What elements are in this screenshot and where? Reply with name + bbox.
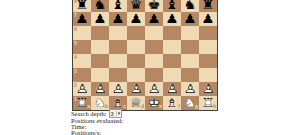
square-f8[interactable]: ♝ [163,0,181,12]
piece-black-pawn[interactable]: ♟ [183,12,196,25]
piece-outline-layer: ♔ [147,95,160,109]
square-e8[interactable]: ♚ [145,0,163,12]
square-d5[interactable] [127,40,145,54]
positions-per-second-row: Positions/s: [71,130,123,135]
piece-outline-layer: ♗ [165,95,178,109]
square-g2[interactable]: ♟♙ [181,82,199,96]
square-e1[interactable]: e♚♔ [145,96,163,110]
square-b6[interactable] [91,26,109,40]
square-d7[interactable]: ♟ [127,12,145,26]
piece-outline-layer: ♙ [111,81,124,95]
square-h8[interactable]: ♜ [199,0,217,12]
piece-white-pawn[interactable]: ♟♙ [165,82,178,95]
square-g1[interactable]: g♞♘ [181,96,199,110]
piece-white-king[interactable]: ♚♔ [147,96,160,109]
piece-black-king[interactable]: ♚ [147,0,160,12]
piece-black-pawn[interactable]: ♟ [93,12,106,25]
square-a7[interactable]: 7♟ [73,12,91,26]
piece-black-pawn[interactable]: ♟ [75,12,88,25]
square-e2[interactable]: ♟♙ [145,82,163,96]
rank-label-5: 5 [74,41,77,46]
square-h7[interactable]: ♟ [199,12,217,26]
chess-board-grid: 8♜♞♝♛♚♝♞♜7♟♟♟♟♟♟♟♟65432♟♙♟♙♟♙♟♙♟♙♟♙♟♙♟♙1… [73,0,217,110]
square-c5[interactable] [109,40,127,54]
square-f7[interactable]: ♟ [163,12,181,26]
piece-white-pawn[interactable]: ♟♙ [93,82,106,95]
square-a8[interactable]: 8♜ [73,0,91,12]
square-c7[interactable]: ♟ [109,12,127,26]
piece-black-bishop[interactable]: ♝ [165,0,178,12]
piece-white-knight[interactable]: ♞♘ [93,96,106,109]
square-a4[interactable]: 4 [73,54,91,68]
square-e4[interactable] [145,54,163,68]
square-e3[interactable] [145,68,163,82]
piece-outline-layer: ♙ [201,81,214,95]
piece-outline-layer: ♙ [93,81,106,95]
piece-black-bishop[interactable]: ♝ [111,0,124,12]
piece-black-pawn[interactable]: ♟ [147,12,160,25]
square-f1[interactable]: f♝♗ [163,96,181,110]
positions-per-second-label: Positions/s: [71,129,101,135]
square-b2[interactable]: ♟♙ [91,82,109,96]
square-e7[interactable]: ♟ [145,12,163,26]
piece-outline-layer: ♕ [129,95,142,109]
piece-outline-layer: ♖ [201,95,214,109]
piece-black-pawn[interactable]: ♟ [201,12,214,25]
square-g7[interactable]: ♟ [181,12,199,26]
piece-white-pawn[interactable]: ♟♙ [147,82,160,95]
square-e6[interactable] [145,26,163,40]
piece-black-knight[interactable]: ♞ [183,0,196,12]
square-g4[interactable] [181,54,199,68]
square-b5[interactable] [91,40,109,54]
square-c6[interactable] [109,26,127,40]
rank-label-3: 3 [74,69,77,74]
square-f5[interactable] [163,40,181,54]
square-b7[interactable]: ♟ [91,12,109,26]
square-d1[interactable]: d♛♕ [127,96,145,110]
square-c1[interactable]: c♝♗ [109,96,127,110]
square-h3[interactable] [199,68,217,82]
square-h1[interactable]: h♜♖ [199,96,217,110]
square-c8[interactable]: ♝ [109,0,127,12]
piece-white-queen[interactable]: ♛♕ [129,96,142,109]
piece-black-pawn[interactable]: ♟ [111,12,124,25]
piece-black-pawn[interactable]: ♟ [165,12,178,25]
piece-black-queen[interactable]: ♛ [129,0,142,12]
square-g3[interactable] [181,68,199,82]
piece-outline-layer: ♙ [147,81,160,95]
square-g6[interactable] [181,26,199,40]
square-f6[interactable] [163,26,181,40]
square-f4[interactable] [163,54,181,68]
piece-white-pawn[interactable]: ♟♙ [75,82,88,95]
square-a2[interactable]: 2♟♙ [73,82,91,96]
square-g5[interactable] [181,40,199,54]
square-c2[interactable]: ♟♙ [109,82,127,96]
square-h2[interactable]: ♟♙ [199,82,217,96]
piece-outline-layer: ♙ [183,81,196,95]
square-h6[interactable] [199,26,217,40]
piece-black-rook[interactable]: ♜ [75,0,88,12]
square-f2[interactable]: ♟♙ [163,82,181,96]
piece-outline-layer: ♙ [75,81,88,95]
square-a3[interactable]: 3 [73,68,91,82]
piece-outline-layer: ♖ [75,95,88,109]
square-h4[interactable] [199,54,217,68]
square-f3[interactable] [163,68,181,82]
rank-label-6: 6 [74,27,77,32]
square-b4[interactable] [91,54,109,68]
piece-white-pawn[interactable]: ♟♙ [183,82,196,95]
piece-white-rook[interactable]: ♜♖ [201,96,214,109]
piece-black-pawn[interactable]: ♟ [129,12,142,25]
piece-white-rook[interactable]: ♜♖ [75,96,88,109]
square-e5[interactable] [145,40,163,54]
square-b1[interactable]: b♞♘ [91,96,109,110]
piece-white-pawn[interactable]: ♟♙ [201,82,214,95]
chess-board: 8♜♞♝♛♚♝♞♜7♟♟♟♟♟♟♟♟65432♟♙♟♙♟♙♟♙♟♙♟♙♟♙♟♙1… [72,0,218,111]
piece-outline-layer: ♙ [129,81,142,95]
square-a5[interactable]: 5 [73,40,91,54]
square-g8[interactable]: ♞ [181,0,199,12]
rank-label-4: 4 [74,55,77,60]
square-a6[interactable]: 6 [73,26,91,40]
engine-controls-panel: Search depth: 3 ▾ Positions evaluated: T… [71,110,123,135]
chevron-down-icon: ▾ [116,111,121,116]
piece-white-knight[interactable]: ♞♘ [183,96,196,109]
piece-white-bishop[interactable]: ♝♗ [165,96,178,109]
piece-white-pawn[interactable]: ♟♙ [111,82,124,95]
square-d2[interactable]: ♟♙ [127,82,145,96]
square-c3[interactable] [109,68,127,82]
square-a1[interactable]: 1a♜♖ [73,96,91,110]
square-b3[interactable] [91,68,109,82]
piece-outline-layer: ♘ [93,95,106,109]
piece-white-pawn[interactable]: ♟♙ [129,82,142,95]
square-d4[interactable] [127,54,145,68]
square-d3[interactable] [127,68,145,82]
piece-black-rook[interactable]: ♜ [201,0,214,12]
piece-black-knight[interactable]: ♞ [93,0,106,12]
piece-outline-layer: ♙ [165,81,178,95]
square-d6[interactable] [127,26,145,40]
square-c4[interactable] [109,54,127,68]
piece-outline-layer: ♘ [183,95,196,109]
piece-white-bishop[interactable]: ♝♗ [111,96,124,109]
square-b8[interactable]: ♞ [91,0,109,12]
piece-outline-layer: ♗ [111,95,124,109]
square-h5[interactable] [199,40,217,54]
square-d8[interactable]: ♛ [127,0,145,12]
